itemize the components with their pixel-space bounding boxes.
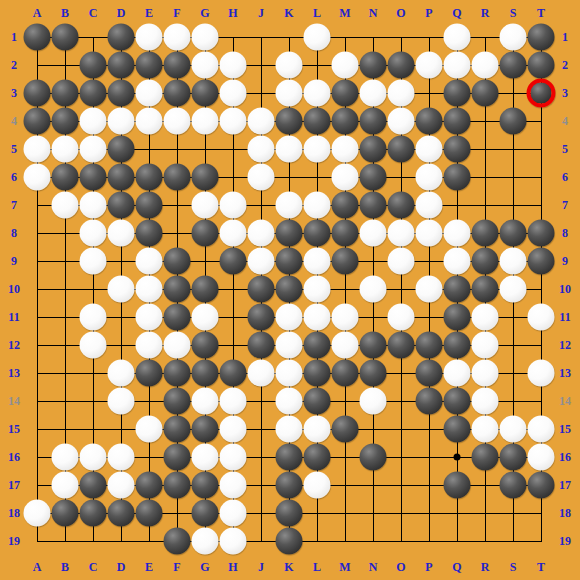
white-stone[interactable] [276, 52, 303, 79]
column-label-bottom: D [117, 561, 126, 573]
row-label-right: 12 [559, 339, 571, 351]
white-stone[interactable] [164, 108, 191, 135]
black-stone[interactable] [164, 52, 191, 79]
black-stone[interactable] [52, 80, 79, 107]
black-stone[interactable] [164, 444, 191, 471]
black-stone[interactable] [332, 108, 359, 135]
black-stone[interactable] [444, 416, 471, 443]
column-label-bottom: L [313, 561, 321, 573]
white-stone[interactable] [108, 388, 135, 415]
row-label-left: 18 [8, 507, 20, 519]
black-stone[interactable] [24, 80, 51, 107]
white-stone[interactable] [528, 416, 555, 443]
row-label-left: 15 [8, 423, 20, 435]
white-stone[interactable] [80, 332, 107, 359]
row-label-left: 4 [11, 115, 17, 127]
black-stone[interactable] [276, 500, 303, 527]
black-stone[interactable] [276, 472, 303, 499]
black-stone[interactable] [332, 248, 359, 275]
white-stone[interactable] [332, 164, 359, 191]
column-label-bottom: F [173, 561, 180, 573]
black-stone[interactable] [52, 164, 79, 191]
white-stone[interactable] [164, 24, 191, 51]
white-stone[interactable] [136, 24, 163, 51]
black-stone[interactable] [248, 304, 275, 331]
white-stone[interactable] [220, 388, 247, 415]
black-stone[interactable] [304, 108, 331, 135]
row-label-left: 2 [11, 59, 17, 71]
black-stone[interactable] [192, 80, 219, 107]
column-label-bottom: Q [452, 561, 461, 573]
black-stone[interactable] [444, 332, 471, 359]
black-stone[interactable] [136, 472, 163, 499]
column-label-top: P [425, 7, 432, 19]
black-stone[interactable] [528, 248, 555, 275]
white-stone[interactable] [500, 248, 527, 275]
white-stone[interactable] [500, 24, 527, 51]
column-label-bottom: N [369, 561, 378, 573]
white-stone[interactable] [248, 360, 275, 387]
white-stone[interactable] [192, 24, 219, 51]
black-stone[interactable] [192, 164, 219, 191]
white-stone[interactable] [248, 164, 275, 191]
black-stone[interactable] [360, 164, 387, 191]
row-label-right: 6 [562, 171, 568, 183]
white-stone[interactable] [248, 136, 275, 163]
white-stone[interactable] [444, 248, 471, 275]
white-stone[interactable] [136, 80, 163, 107]
white-stone[interactable] [80, 108, 107, 135]
column-label-bottom: O [396, 561, 405, 573]
column-label-top: M [339, 7, 350, 19]
black-stone[interactable] [500, 444, 527, 471]
black-stone[interactable] [24, 24, 51, 51]
white-stone[interactable] [472, 304, 499, 331]
white-stone[interactable] [276, 192, 303, 219]
white-stone[interactable] [472, 332, 499, 359]
row-label-right: 1 [562, 31, 568, 43]
white-stone[interactable] [388, 80, 415, 107]
go-board-app: AABBCCDDEEFFGGHHJJKKLLMMNNOOPPQQRRSSTT11… [0, 0, 580, 580]
black-stone[interactable] [136, 164, 163, 191]
black-stone[interactable] [444, 80, 471, 107]
white-stone[interactable] [192, 528, 219, 555]
column-label-bottom: G [200, 561, 209, 573]
black-stone[interactable] [416, 388, 443, 415]
column-label-bottom: J [258, 561, 264, 573]
white-stone[interactable] [528, 360, 555, 387]
white-stone[interactable] [80, 192, 107, 219]
white-stone[interactable] [416, 192, 443, 219]
white-stone[interactable] [192, 108, 219, 135]
black-stone[interactable] [388, 192, 415, 219]
white-stone[interactable] [304, 472, 331, 499]
black-stone[interactable] [500, 220, 527, 247]
black-stone[interactable] [528, 24, 555, 51]
column-label-top: S [510, 7, 517, 19]
white-stone[interactable] [444, 52, 471, 79]
black-stone[interactable] [164, 164, 191, 191]
row-label-left: 13 [8, 367, 20, 379]
black-stone[interactable] [444, 304, 471, 331]
white-stone[interactable] [192, 444, 219, 471]
white-stone[interactable] [80, 220, 107, 247]
white-stone[interactable] [444, 360, 471, 387]
white-stone[interactable] [52, 192, 79, 219]
black-stone[interactable] [52, 500, 79, 527]
white-stone[interactable] [108, 276, 135, 303]
black-stone[interactable] [108, 24, 135, 51]
black-stone[interactable] [164, 248, 191, 275]
black-stone[interactable] [500, 108, 527, 135]
black-stone[interactable] [80, 52, 107, 79]
white-stone[interactable] [24, 164, 51, 191]
black-stone[interactable] [24, 108, 51, 135]
black-stone[interactable] [360, 192, 387, 219]
black-stone[interactable] [304, 220, 331, 247]
white-stone[interactable] [332, 332, 359, 359]
row-label-left: 8 [11, 227, 17, 239]
black-stone[interactable] [80, 164, 107, 191]
column-label-bottom: T [537, 561, 545, 573]
white-stone[interactable] [80, 248, 107, 275]
white-stone[interactable] [248, 108, 275, 135]
white-stone[interactable] [416, 52, 443, 79]
white-stone[interactable] [304, 416, 331, 443]
black-stone[interactable] [192, 472, 219, 499]
white-stone[interactable] [276, 136, 303, 163]
black-stone[interactable] [332, 192, 359, 219]
white-stone[interactable] [52, 136, 79, 163]
row-label-right: 8 [562, 227, 568, 239]
white-stone[interactable] [136, 304, 163, 331]
black-stone[interactable] [528, 52, 555, 79]
black-stone[interactable] [528, 220, 555, 247]
white-stone[interactable] [388, 248, 415, 275]
column-label-top: N [369, 7, 378, 19]
black-stone[interactable] [164, 80, 191, 107]
white-stone[interactable] [276, 360, 303, 387]
go-board[interactable]: AABBCCDDEEFFGGHHJJKKLLMMNNOOPPQQRRSSTT11… [0, 0, 580, 580]
white-stone[interactable] [192, 304, 219, 331]
column-label-top: H [228, 7, 237, 19]
column-label-top: T [537, 7, 545, 19]
column-label-top: A [33, 7, 42, 19]
white-stone[interactable] [80, 136, 107, 163]
white-stone[interactable] [276, 304, 303, 331]
white-stone[interactable] [472, 416, 499, 443]
black-stone[interactable] [108, 52, 135, 79]
white-stone[interactable] [444, 220, 471, 247]
column-label-top: G [200, 7, 209, 19]
row-label-right: 14 [559, 395, 571, 407]
column-label-top: D [117, 7, 126, 19]
white-stone[interactable] [388, 220, 415, 247]
column-label-bottom: P [425, 561, 432, 573]
white-stone[interactable] [472, 52, 499, 79]
white-stone[interactable] [248, 220, 275, 247]
star-point [454, 454, 461, 461]
black-stone[interactable] [248, 332, 275, 359]
white-stone[interactable] [248, 248, 275, 275]
black-stone[interactable] [332, 80, 359, 107]
white-stone[interactable] [388, 108, 415, 135]
black-stone[interactable] [80, 500, 107, 527]
column-label-top: O [396, 7, 405, 19]
white-stone[interactable] [416, 136, 443, 163]
black-stone[interactable] [416, 332, 443, 359]
white-stone[interactable] [220, 108, 247, 135]
black-stone[interactable] [304, 332, 331, 359]
black-stone[interactable] [332, 220, 359, 247]
white-stone[interactable] [304, 136, 331, 163]
white-stone[interactable] [416, 220, 443, 247]
white-stone[interactable] [304, 304, 331, 331]
white-stone[interactable] [220, 80, 247, 107]
black-stone[interactable] [164, 304, 191, 331]
row-label-right: 10 [559, 283, 571, 295]
white-stone[interactable] [136, 108, 163, 135]
white-stone[interactable] [360, 276, 387, 303]
black-stone[interactable] [136, 192, 163, 219]
white-stone[interactable] [332, 52, 359, 79]
black-stone[interactable] [276, 248, 303, 275]
white-stone[interactable] [416, 276, 443, 303]
black-stone[interactable] [136, 500, 163, 527]
black-stone[interactable] [388, 332, 415, 359]
black-stone[interactable] [388, 136, 415, 163]
column-label-bottom: S [510, 561, 517, 573]
column-label-top: R [481, 7, 490, 19]
row-label-left: 19 [8, 535, 20, 547]
white-stone[interactable] [220, 220, 247, 247]
black-stone[interactable] [136, 220, 163, 247]
white-stone[interactable] [52, 472, 79, 499]
column-label-top: E [145, 7, 153, 19]
black-stone[interactable] [444, 136, 471, 163]
row-label-right: 2 [562, 59, 568, 71]
black-stone[interactable] [192, 360, 219, 387]
black-stone[interactable] [192, 276, 219, 303]
black-stone[interactable] [164, 360, 191, 387]
white-stone[interactable] [192, 192, 219, 219]
black-stone[interactable] [360, 108, 387, 135]
black-stone[interactable] [360, 332, 387, 359]
black-stone[interactable] [472, 248, 499, 275]
column-label-bottom: A [33, 561, 42, 573]
white-stone[interactable] [528, 304, 555, 331]
black-stone[interactable] [304, 444, 331, 471]
black-stone[interactable] [416, 108, 443, 135]
white-stone[interactable] [472, 360, 499, 387]
black-stone[interactable] [80, 80, 107, 107]
white-stone[interactable] [276, 416, 303, 443]
column-label-bottom: M [339, 561, 350, 573]
black-stone[interactable] [360, 360, 387, 387]
black-stone[interactable] [192, 500, 219, 527]
white-stone[interactable] [108, 108, 135, 135]
white-stone[interactable] [360, 220, 387, 247]
black-stone[interactable] [108, 500, 135, 527]
white-stone[interactable] [304, 80, 331, 107]
white-stone[interactable] [416, 164, 443, 191]
black-stone[interactable] [444, 388, 471, 415]
black-stone[interactable] [304, 388, 331, 415]
black-stone[interactable] [276, 220, 303, 247]
row-label-left: 14 [8, 395, 20, 407]
black-stone[interactable] [276, 528, 303, 555]
white-stone[interactable] [108, 472, 135, 499]
row-label-left: 1 [11, 31, 17, 43]
black-stone[interactable] [136, 52, 163, 79]
white-stone[interactable] [360, 80, 387, 107]
column-label-bottom: K [284, 561, 293, 573]
white-stone[interactable] [108, 220, 135, 247]
white-stone[interactable] [136, 248, 163, 275]
black-stone[interactable] [164, 388, 191, 415]
white-stone[interactable] [276, 332, 303, 359]
black-stone[interactable] [276, 108, 303, 135]
black-stone[interactable] [192, 220, 219, 247]
black-stone[interactable] [416, 360, 443, 387]
white-stone[interactable] [24, 136, 51, 163]
black-stone[interactable] [248, 276, 275, 303]
white-stone[interactable] [136, 332, 163, 359]
white-stone[interactable] [108, 444, 135, 471]
black-stone[interactable] [388, 52, 415, 79]
white-stone[interactable] [192, 52, 219, 79]
white-stone[interactable] [80, 444, 107, 471]
row-label-right: 19 [559, 535, 571, 547]
white-stone[interactable] [528, 444, 555, 471]
black-stone[interactable] [444, 472, 471, 499]
black-stone[interactable] [164, 472, 191, 499]
black-stone[interactable] [220, 248, 247, 275]
white-stone[interactable] [304, 276, 331, 303]
white-stone[interactable] [52, 444, 79, 471]
white-stone[interactable] [388, 304, 415, 331]
white-stone[interactable] [164, 332, 191, 359]
column-label-top: L [313, 7, 321, 19]
row-label-left: 5 [11, 143, 17, 155]
row-label-left: 11 [8, 311, 19, 323]
white-stone[interactable] [276, 80, 303, 107]
row-label-right: 16 [559, 451, 571, 463]
white-stone[interactable] [108, 360, 135, 387]
black-stone[interactable] [108, 192, 135, 219]
white-stone[interactable] [276, 388, 303, 415]
column-label-top: B [61, 7, 69, 19]
black-stone[interactable] [360, 136, 387, 163]
black-stone[interactable] [108, 80, 135, 107]
white-stone[interactable] [304, 192, 331, 219]
black-stone[interactable] [332, 360, 359, 387]
white-stone[interactable] [220, 416, 247, 443]
column-label-bottom: H [228, 561, 237, 573]
row-label-left: 12 [8, 339, 20, 351]
black-stone[interactable] [500, 52, 527, 79]
white-stone[interactable] [220, 528, 247, 555]
row-label-left: 10 [8, 283, 20, 295]
black-stone[interactable] [360, 444, 387, 471]
black-stone[interactable] [192, 416, 219, 443]
row-label-left: 6 [11, 171, 17, 183]
black-stone[interactable] [472, 220, 499, 247]
white-stone[interactable] [80, 304, 107, 331]
white-stone[interactable] [500, 416, 527, 443]
black-stone[interactable] [80, 472, 107, 499]
black-stone[interactable] [472, 276, 499, 303]
black-stone[interactable] [164, 528, 191, 555]
white-stone[interactable] [220, 444, 247, 471]
row-label-right: 7 [562, 199, 568, 211]
black-stone[interactable] [108, 164, 135, 191]
white-stone[interactable] [220, 500, 247, 527]
white-stone[interactable] [444, 24, 471, 51]
black-stone[interactable] [332, 416, 359, 443]
column-label-top: J [258, 7, 264, 19]
black-stone[interactable] [276, 276, 303, 303]
row-label-right: 3 [562, 87, 568, 99]
black-stone[interactable] [472, 444, 499, 471]
column-label-bottom: R [481, 561, 490, 573]
marked-stone[interactable] [527, 79, 556, 108]
white-stone[interactable] [304, 248, 331, 275]
white-stone[interactable] [304, 24, 331, 51]
black-stone[interactable] [360, 52, 387, 79]
black-stone[interactable] [108, 136, 135, 163]
white-stone[interactable] [220, 192, 247, 219]
row-label-right: 11 [559, 311, 570, 323]
black-stone[interactable] [136, 360, 163, 387]
black-stone[interactable] [52, 24, 79, 51]
white-stone[interactable] [136, 276, 163, 303]
black-stone[interactable] [472, 80, 499, 107]
white-stone[interactable] [192, 388, 219, 415]
row-label-left: 16 [8, 451, 20, 463]
white-stone[interactable] [24, 500, 51, 527]
black-stone[interactable] [528, 472, 555, 499]
row-label-right: 18 [559, 507, 571, 519]
white-stone[interactable] [360, 388, 387, 415]
black-stone[interactable] [164, 276, 191, 303]
black-stone[interactable] [500, 472, 527, 499]
row-label-right: 15 [559, 423, 571, 435]
black-stone[interactable] [192, 332, 219, 359]
column-label-top: Q [452, 7, 461, 19]
row-label-right: 9 [562, 255, 568, 267]
black-stone[interactable] [220, 360, 247, 387]
black-stone[interactable] [276, 444, 303, 471]
white-stone[interactable] [136, 416, 163, 443]
black-stone[interactable] [444, 108, 471, 135]
white-stone[interactable] [500, 276, 527, 303]
column-label-bottom: C [89, 561, 98, 573]
white-stone[interactable] [472, 388, 499, 415]
black-stone[interactable] [444, 276, 471, 303]
white-stone[interactable] [332, 304, 359, 331]
row-label-right: 4 [562, 115, 568, 127]
black-stone[interactable] [304, 360, 331, 387]
column-label-top: C [89, 7, 98, 19]
row-label-right: 5 [562, 143, 568, 155]
white-stone[interactable] [220, 472, 247, 499]
black-stone[interactable] [164, 416, 191, 443]
white-stone[interactable] [220, 52, 247, 79]
black-stone[interactable] [52, 108, 79, 135]
white-stone[interactable] [332, 136, 359, 163]
black-stone[interactable] [444, 164, 471, 191]
